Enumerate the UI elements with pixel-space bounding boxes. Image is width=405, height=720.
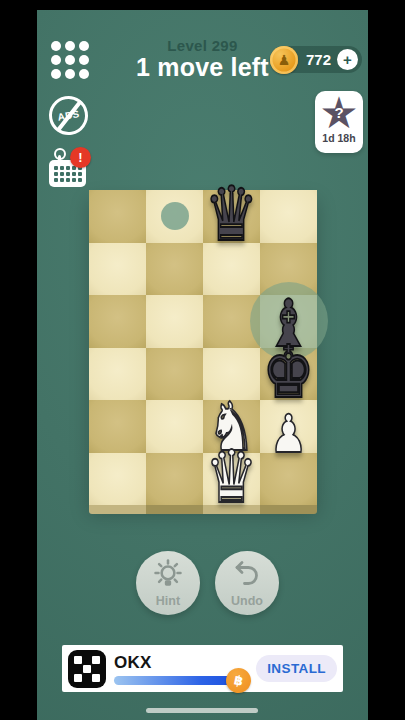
board-square[interactable]	[89, 453, 146, 506]
board-square[interactable]	[260, 190, 317, 243]
install-button[interactable]: INSTALL	[256, 655, 337, 682]
coin-counter[interactable]: ♟ 772 +	[272, 46, 362, 73]
board-square[interactable]	[146, 295, 203, 348]
ad-brand: OKX	[114, 653, 238, 673]
board-square[interactable]	[146, 453, 203, 506]
lightbulb-icon	[150, 558, 186, 590]
highlight-dot	[161, 202, 189, 230]
board-square[interactable]	[89, 400, 146, 453]
ad-banner[interactable]: OKX ฿ INSTALL	[62, 645, 343, 692]
board-square[interactable]	[89, 348, 146, 401]
hint-button[interactable]: Hint	[136, 551, 200, 615]
no-ads-icon[interactable]: ADS	[46, 93, 91, 138]
okx-logo-icon	[68, 650, 106, 688]
daily-calendar-button[interactable]: !	[49, 148, 93, 192]
undo-arrow-icon	[230, 558, 264, 590]
home-indicator[interactable]	[146, 708, 258, 713]
undo-label: Undo	[215, 594, 279, 608]
ad-progress-bar: ฿	[114, 676, 238, 685]
piece-white-queen[interactable]: ♛	[203, 441, 260, 514]
game-screen: Level 299 1 move left ♟ 772 + ADS ! ★ ? …	[37, 10, 368, 720]
coin-icon: ♟	[270, 46, 298, 74]
piece-black-queen[interactable]: ♛	[203, 176, 260, 251]
board-square[interactable]	[89, 190, 146, 243]
board-square[interactable]	[146, 243, 203, 296]
mystery-star-widget[interactable]: ★ ? 1d 18h	[315, 91, 363, 153]
hint-label: Hint	[136, 594, 200, 608]
board-square[interactable]	[89, 295, 146, 348]
piece-white-pawn[interactable]: ♟	[260, 408, 317, 461]
add-coins-button[interactable]: +	[337, 49, 358, 70]
piece-black-king[interactable]: ♚	[260, 336, 317, 409]
board-square[interactable]	[146, 400, 203, 453]
board-square[interactable]	[146, 348, 203, 401]
board-square[interactable]	[89, 243, 146, 296]
coin-count: 772	[304, 51, 337, 68]
undo-button[interactable]: Undo	[215, 551, 279, 615]
chess-board: ♛♝♚♞♟♛	[89, 190, 317, 505]
question-mark: ?	[316, 104, 362, 121]
alert-badge: !	[70, 147, 91, 168]
